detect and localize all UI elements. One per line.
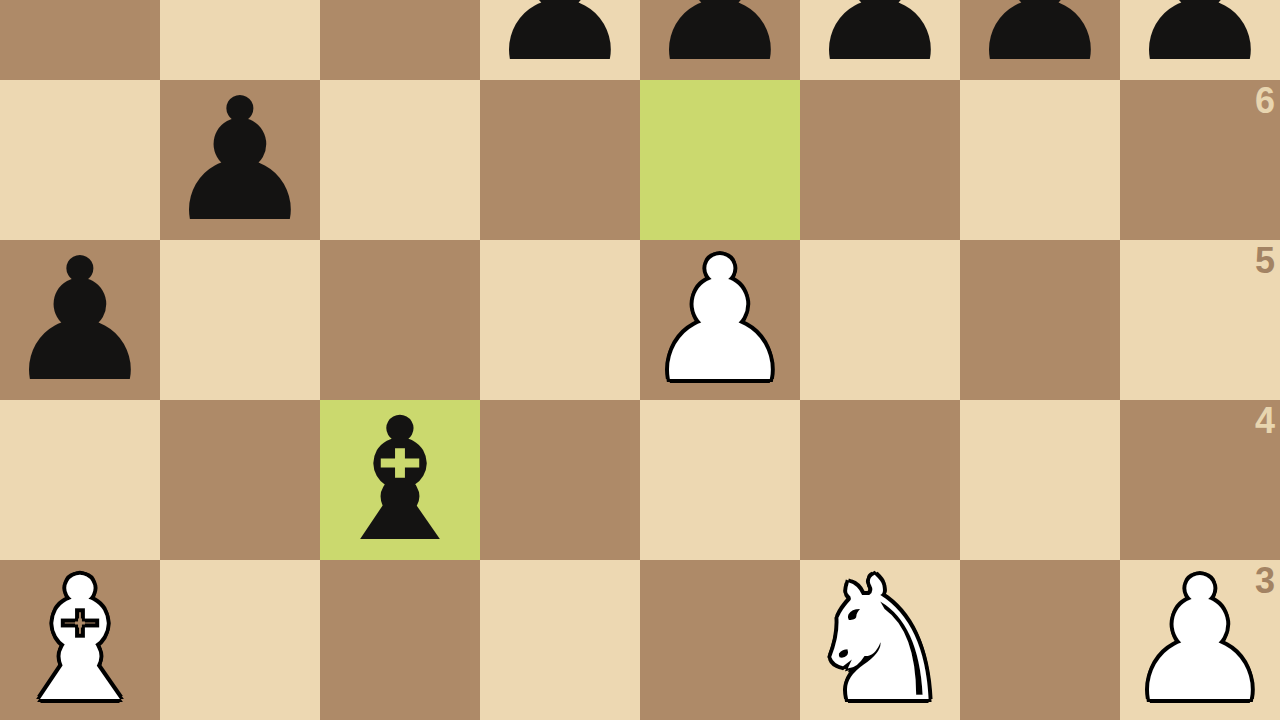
square-h5[interactable]: 5 [1120, 240, 1280, 400]
piece-black-pawn-h7[interactable]: ♟ [1124, 0, 1276, 80]
square-g3[interactable] [960, 560, 1120, 720]
square-d3[interactable] [480, 560, 640, 720]
square-c5[interactable] [320, 240, 480, 400]
square-d6[interactable] [480, 80, 640, 240]
square-f3[interactable]: ♞ [800, 560, 960, 720]
square-b3[interactable] [160, 560, 320, 720]
piece-black-bishop-c4[interactable]: ♝ [324, 400, 476, 560]
square-b4[interactable] [160, 400, 320, 560]
square-c7[interactable] [320, 0, 480, 80]
piece-black-pawn-e7[interactable]: ♟ [644, 0, 796, 80]
square-h6[interactable]: 6 [1120, 80, 1280, 240]
square-h3[interactable]: ♟3 [1120, 560, 1280, 720]
square-c4[interactable]: ♝ [320, 400, 480, 560]
square-e4[interactable] [640, 400, 800, 560]
square-b6[interactable]: ♟ [160, 80, 320, 240]
square-a5[interactable]: ♟ [0, 240, 160, 400]
square-g4[interactable] [960, 400, 1120, 560]
square-d7[interactable]: ♟ [480, 0, 640, 80]
square-f4[interactable] [800, 400, 960, 560]
piece-white-pawn-h3[interactable]: ♟ [1124, 560, 1276, 720]
rank-label-5: 5 [1255, 243, 1275, 279]
square-f5[interactable] [800, 240, 960, 400]
piece-white-bishop-a3[interactable]: ♝ [4, 560, 156, 720]
piece-white-knight-f3[interactable]: ♞ [804, 560, 956, 720]
piece-black-pawn-f7[interactable]: ♟ [804, 0, 956, 80]
piece-black-pawn-a5[interactable]: ♟ [4, 240, 156, 400]
rank-label-6: 6 [1255, 83, 1275, 119]
square-c3[interactable] [320, 560, 480, 720]
square-g7[interactable]: ♟ [960, 0, 1120, 80]
square-e5[interactable]: ♟ [640, 240, 800, 400]
square-h7[interactable]: ♟ [1120, 0, 1280, 80]
square-f7[interactable]: ♟ [800, 0, 960, 80]
piece-white-pawn-e5[interactable]: ♟ [644, 240, 796, 400]
chess-board: ♟♟♟♟♟♟6♟♟5♝4♝♞♟3 [0, 0, 1280, 720]
piece-black-pawn-d7[interactable]: ♟ [484, 0, 636, 80]
square-h4[interactable]: 4 [1120, 400, 1280, 560]
square-a6[interactable] [0, 80, 160, 240]
square-g6[interactable] [960, 80, 1120, 240]
square-d4[interactable] [480, 400, 640, 560]
rank-label-4: 4 [1255, 403, 1275, 439]
board-viewport: ♟♟♟♟♟♟6♟♟5♝4♝♞♟3 [0, 0, 1280, 720]
square-a4[interactable] [0, 400, 160, 560]
square-d5[interactable] [480, 240, 640, 400]
piece-black-pawn-b6[interactable]: ♟ [164, 80, 316, 240]
square-e6[interactable] [640, 80, 800, 240]
square-a3[interactable]: ♝ [0, 560, 160, 720]
square-e3[interactable] [640, 560, 800, 720]
square-a7[interactable] [0, 0, 160, 80]
square-f6[interactable] [800, 80, 960, 240]
rank-label-3: 3 [1255, 563, 1275, 599]
square-g5[interactable] [960, 240, 1120, 400]
square-c6[interactable] [320, 80, 480, 240]
square-b5[interactable] [160, 240, 320, 400]
square-e7[interactable]: ♟ [640, 0, 800, 80]
piece-black-pawn-g7[interactable]: ♟ [964, 0, 1116, 80]
